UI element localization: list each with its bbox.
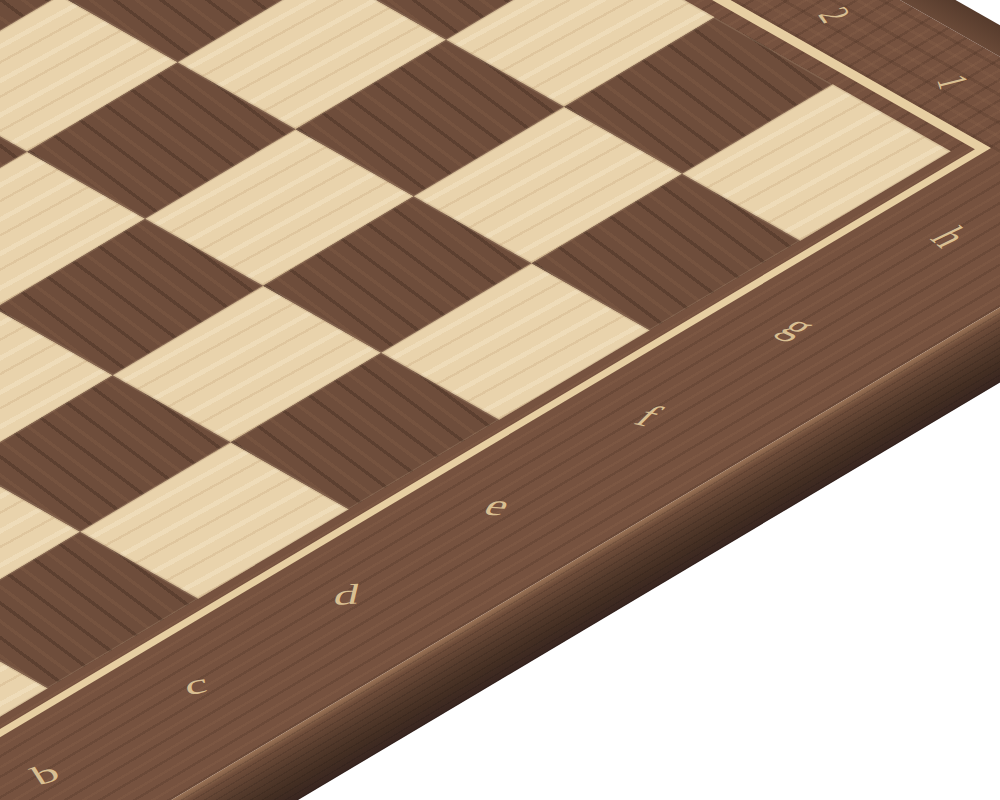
- file-label-b: b: [25, 757, 66, 793]
- file-label-h: h: [918, 221, 980, 255]
- file-label-c: c: [183, 667, 210, 703]
- file-label-d: d: [330, 578, 363, 613]
- chessboard-photo-scene: bcdefgh 12: [0, 0, 1000, 800]
- file-label-f: f: [625, 399, 671, 434]
- chess-board: bcdefgh 12: [0, 0, 1000, 800]
- file-label-g: g: [769, 309, 828, 345]
- file-label-e: e: [477, 489, 518, 524]
